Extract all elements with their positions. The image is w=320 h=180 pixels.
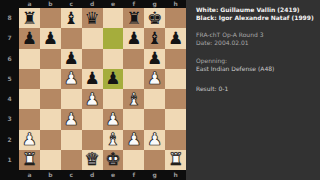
square-g6: ♟	[144, 49, 165, 69]
piece-bB-g7: ♝	[147, 29, 162, 46]
square-f7: ♟	[123, 28, 144, 48]
square-d8: ♛	[82, 8, 103, 28]
square-e8	[103, 8, 124, 28]
file-label-g: g	[144, 0, 165, 8]
file-label-a: a	[19, 0, 40, 8]
square-e1: ♚	[103, 150, 124, 170]
square-g7: ♝	[144, 28, 165, 48]
square-d2	[82, 130, 103, 150]
square-c7	[61, 28, 82, 48]
square-f8: ♜	[123, 8, 144, 28]
square-a4	[19, 89, 40, 109]
square-h7: ♟	[165, 28, 186, 48]
file-label-f: f	[123, 170, 144, 180]
square-g1	[144, 150, 165, 170]
square-h1: ♜	[165, 150, 186, 170]
square-c4	[61, 89, 82, 109]
file-label-e: e	[103, 170, 124, 180]
piece-bP-d5: ♟	[84, 70, 99, 87]
rank-label-8: 8	[0, 8, 19, 28]
piece-bR-a8: ♜	[22, 9, 37, 26]
square-c3: ♟	[61, 109, 82, 129]
square-h6	[165, 49, 186, 69]
piece-bP-a7: ♟	[22, 29, 37, 46]
square-b5	[40, 69, 61, 89]
chess-board: abcdefgh8♜♝♛♜♚7♟♟♟♝♟6♟♟5♟♟♟♟4♟♝3♟♟2♟♝♟♟1…	[0, 0, 186, 180]
square-b8	[40, 8, 61, 28]
square-a1: ♜	[19, 150, 40, 170]
piece-bR-f8: ♜	[126, 9, 141, 26]
square-d4: ♟	[82, 89, 103, 109]
square-g8: ♚	[144, 8, 165, 28]
square-f6	[123, 49, 144, 69]
file-label-g: g	[144, 170, 165, 180]
piece-wB-e2: ♝	[105, 131, 120, 148]
square-a3	[19, 109, 40, 129]
square-a5	[19, 69, 40, 89]
square-d3	[82, 109, 103, 129]
piece-wK-e1: ♚	[105, 151, 120, 168]
square-d7	[82, 28, 103, 48]
white-player-line: White: Guillaume Vallin (2419)	[196, 7, 314, 13]
piece-bP-h7: ♟	[168, 29, 183, 46]
black-player-line: Black: Igor Alexandre Nataf (1999)	[196, 15, 314, 21]
rank-label-7: 7	[0, 28, 19, 48]
square-c2	[61, 130, 82, 150]
square-f1	[123, 150, 144, 170]
square-b3	[40, 109, 61, 129]
rank-label-2: 2	[0, 130, 19, 150]
square-a6	[19, 49, 40, 69]
file-label-d: d	[82, 170, 103, 180]
rank-label-6: 6	[0, 49, 19, 69]
opening-label: Openning:	[196, 58, 314, 64]
rank-label-1: 1	[0, 150, 19, 170]
board-corner	[0, 0, 19, 8]
file-label-h: h	[165, 0, 186, 8]
square-e7	[103, 28, 124, 48]
piece-wP-c3: ♟	[64, 110, 79, 127]
piece-bP-f7: ♟	[126, 29, 141, 46]
square-c8: ♝	[61, 8, 82, 28]
square-h3	[165, 109, 186, 129]
square-b6	[40, 49, 61, 69]
piece-bP-e5: ♟	[105, 70, 120, 87]
event-line: FRA-chT Op-A Round 3	[196, 32, 314, 38]
result-line: Result: 0-1	[196, 86, 314, 92]
square-h8	[165, 8, 186, 28]
square-d1: ♛	[82, 150, 103, 170]
square-c1	[61, 150, 82, 170]
file-label-d: d	[82, 0, 103, 8]
piece-wR-a1: ♜	[22, 151, 37, 168]
square-d6	[82, 49, 103, 69]
square-b2	[40, 130, 61, 150]
square-h4	[165, 89, 186, 109]
piece-wQ-d1: ♛	[84, 151, 99, 168]
square-d5: ♟	[82, 69, 103, 89]
square-c5: ♟	[61, 69, 82, 89]
piece-wP-c5: ♟	[64, 70, 79, 87]
square-h5	[165, 69, 186, 89]
square-e4	[103, 89, 124, 109]
square-b4	[40, 89, 61, 109]
board-corner	[0, 170, 19, 180]
piece-wR-h1: ♜	[168, 151, 183, 168]
file-label-b: b	[40, 0, 61, 8]
file-label-b: b	[40, 170, 61, 180]
file-label-c: c	[61, 170, 82, 180]
square-b7: ♟	[40, 28, 61, 48]
square-e5: ♟	[103, 69, 124, 89]
piece-wP-d4: ♟	[84, 90, 99, 107]
piece-bP-g6: ♟	[147, 50, 162, 67]
piece-bP-c6: ♟	[64, 50, 79, 67]
opening-name: East Indian Defense (A48)	[196, 66, 314, 72]
square-g5: ♟	[144, 69, 165, 89]
file-label-e: e	[103, 0, 124, 8]
square-g4	[144, 89, 165, 109]
rank-label-4: 4	[0, 89, 19, 109]
square-c6: ♟	[61, 49, 82, 69]
square-e6	[103, 49, 124, 69]
square-a8: ♜	[19, 8, 40, 28]
square-f2: ♟	[123, 130, 144, 150]
square-a7: ♟	[19, 28, 40, 48]
square-h2	[165, 130, 186, 150]
piece-bQ-d8: ♛	[84, 9, 99, 26]
square-b1	[40, 150, 61, 170]
square-f4: ♝	[123, 89, 144, 109]
game-info-panel: White: Guillaume Vallin (2419) Black: Ig…	[186, 0, 320, 180]
square-e2: ♝	[103, 130, 124, 150]
video-frame: abcdefgh8♜♝♛♜♚7♟♟♟♝♟6♟♟5♟♟♟♟4♟♝3♟♟2♟♝♟♟1…	[0, 0, 320, 180]
piece-wP-e3: ♟	[105, 110, 120, 127]
date-line: Date: 2004.02.01	[196, 40, 314, 46]
piece-bP-b7: ♟	[43, 29, 58, 46]
square-g2: ♟	[144, 130, 165, 150]
square-e3: ♟	[103, 109, 124, 129]
square-f3	[123, 109, 144, 129]
file-label-h: h	[165, 170, 186, 180]
piece-wP-g5: ♟	[147, 70, 162, 87]
piece-wP-a2: ♟	[22, 131, 37, 148]
rank-label-3: 3	[0, 109, 19, 129]
square-g3	[144, 109, 165, 129]
square-a2: ♟	[19, 130, 40, 150]
square-f5	[123, 69, 144, 89]
file-label-a: a	[19, 170, 40, 180]
file-label-c: c	[61, 0, 82, 8]
piece-wP-g2: ♟	[147, 131, 162, 148]
piece-wB-f4: ♝	[126, 90, 141, 107]
piece-wP-f2: ♟	[126, 131, 141, 148]
rank-label-5: 5	[0, 69, 19, 89]
piece-bK-g8: ♚	[147, 9, 162, 26]
file-label-f: f	[123, 0, 144, 8]
piece-bB-c8: ♝	[64, 9, 79, 26]
